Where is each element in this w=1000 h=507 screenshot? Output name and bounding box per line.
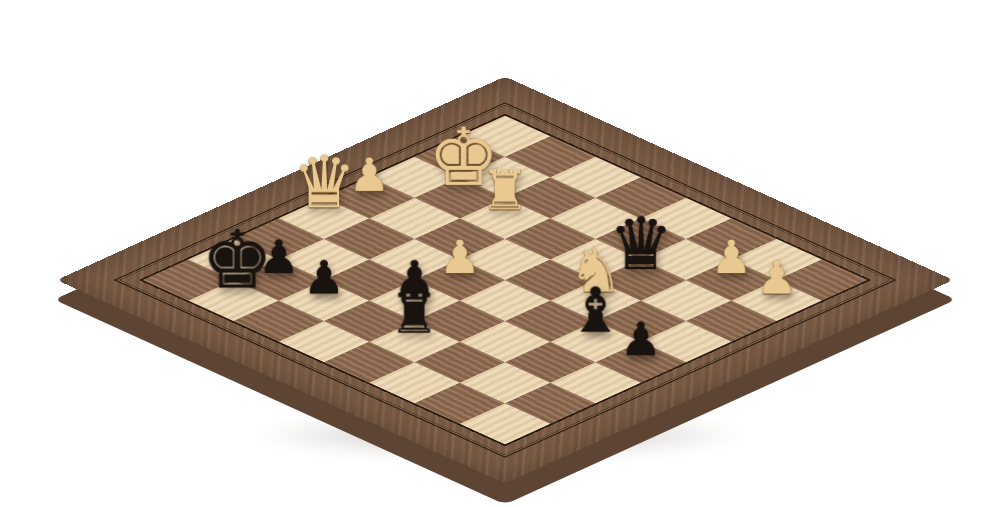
black-king-piece[interactable]: ♚ (201, 221, 265, 301)
white-pawn-piece[interactable]: ♟ (745, 255, 809, 301)
black-bishop-piece[interactable]: ♝ (564, 280, 628, 342)
board-field: ♚♜♟♟♟♟♝♟♛♞♟♛♜♚♟♟ (139, 114, 872, 447)
page: ♚♜♟♟♟♟♝♟♛♞♟♛♜♚♟♟ (0, 0, 1000, 507)
board-frame: ♚♜♟♟♟♟♝♟♛♞♟♛♜♚♟♟ (57, 76, 954, 483)
scene: ♚♜♟♟♟♟♝♟♛♞♟♛♜♚♟♟ (0, 0, 1000, 507)
black-rook-piece[interactable]: ♜ (382, 287, 446, 342)
black-pawn-piece[interactable]: ♟ (292, 255, 356, 301)
white-rook-piece[interactable]: ♜ (473, 163, 537, 218)
chess-board: ♚♜♟♟♟♟♝♟♛♞♟♛♜♚♟♟ (57, 76, 954, 483)
white-queen-piece[interactable]: ♛ (292, 146, 356, 218)
